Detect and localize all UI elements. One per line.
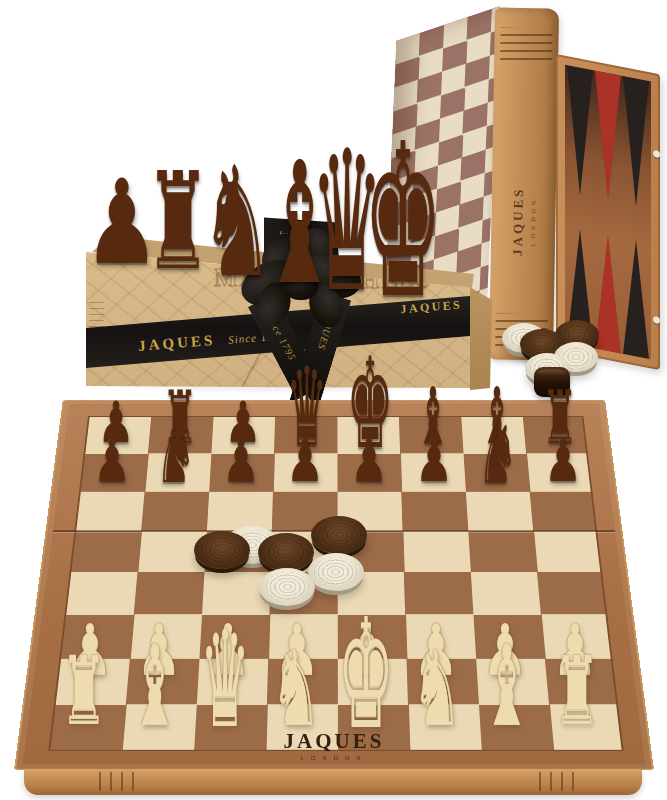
dark-checker-d5 [258, 533, 314, 571]
light-bishop-b1: ♝ [130, 630, 180, 741]
backgammon-points-top [565, 65, 651, 210]
light-rook-h1: ♜ [554, 644, 600, 738]
spine-subtitle: LONDON [530, 196, 537, 245]
dark-pawn-d7: ♟ [286, 431, 324, 490]
dark-king-on-box: ♚ [363, 116, 443, 328]
front-edge-grooves-left [90, 772, 136, 791]
dark-knight-g7: ♞ [478, 411, 519, 495]
dark-pawn-c7: ♟ [222, 431, 260, 490]
backgammon-field [565, 65, 651, 360]
dark-pawn-f7: ♟ [415, 431, 453, 490]
front-edge-grooves-right [530, 772, 576, 791]
light-knight-d1: ♞ [270, 636, 320, 740]
black-backgammon-point [567, 65, 593, 198]
dark-knight-b7: ♞ [156, 411, 197, 495]
dark-checker-e5 [311, 516, 367, 554]
dark-pawn-a7: ♟ [93, 431, 131, 490]
black-backgammon-point [623, 237, 649, 359]
white-checker-d4 [259, 568, 315, 606]
light-rook-a1: ♜ [61, 644, 107, 738]
magnet-dot [653, 316, 660, 324]
magnet-dot [653, 150, 660, 158]
red-backgammon-point [595, 71, 621, 204]
board-front-edge [24, 769, 642, 795]
ribbon-brand-left: JAQUES [138, 332, 216, 355]
light-bishop-g1: ♝ [482, 630, 532, 741]
light-knight-f1: ♞ [411, 636, 461, 740]
dark-pawn-h7: ♟ [544, 431, 582, 490]
scene: JAQUES LONDON MAG CHESS JAQUES JAQUES Si… [0, 0, 667, 800]
dark-pawn-e7: ♟ [350, 431, 388, 490]
spine-title: JAQUES [510, 186, 527, 256]
spine-groove-lines-top [500, 28, 553, 63]
folded-board-spine: JAQUES LONDON [489, 7, 559, 360]
light-king-e1: ♚ [338, 599, 395, 750]
spine-branding: JAQUES LONDON [490, 125, 557, 316]
black-backgammon-point [623, 76, 649, 209]
light-queen-c1: ♛ [200, 613, 250, 746]
